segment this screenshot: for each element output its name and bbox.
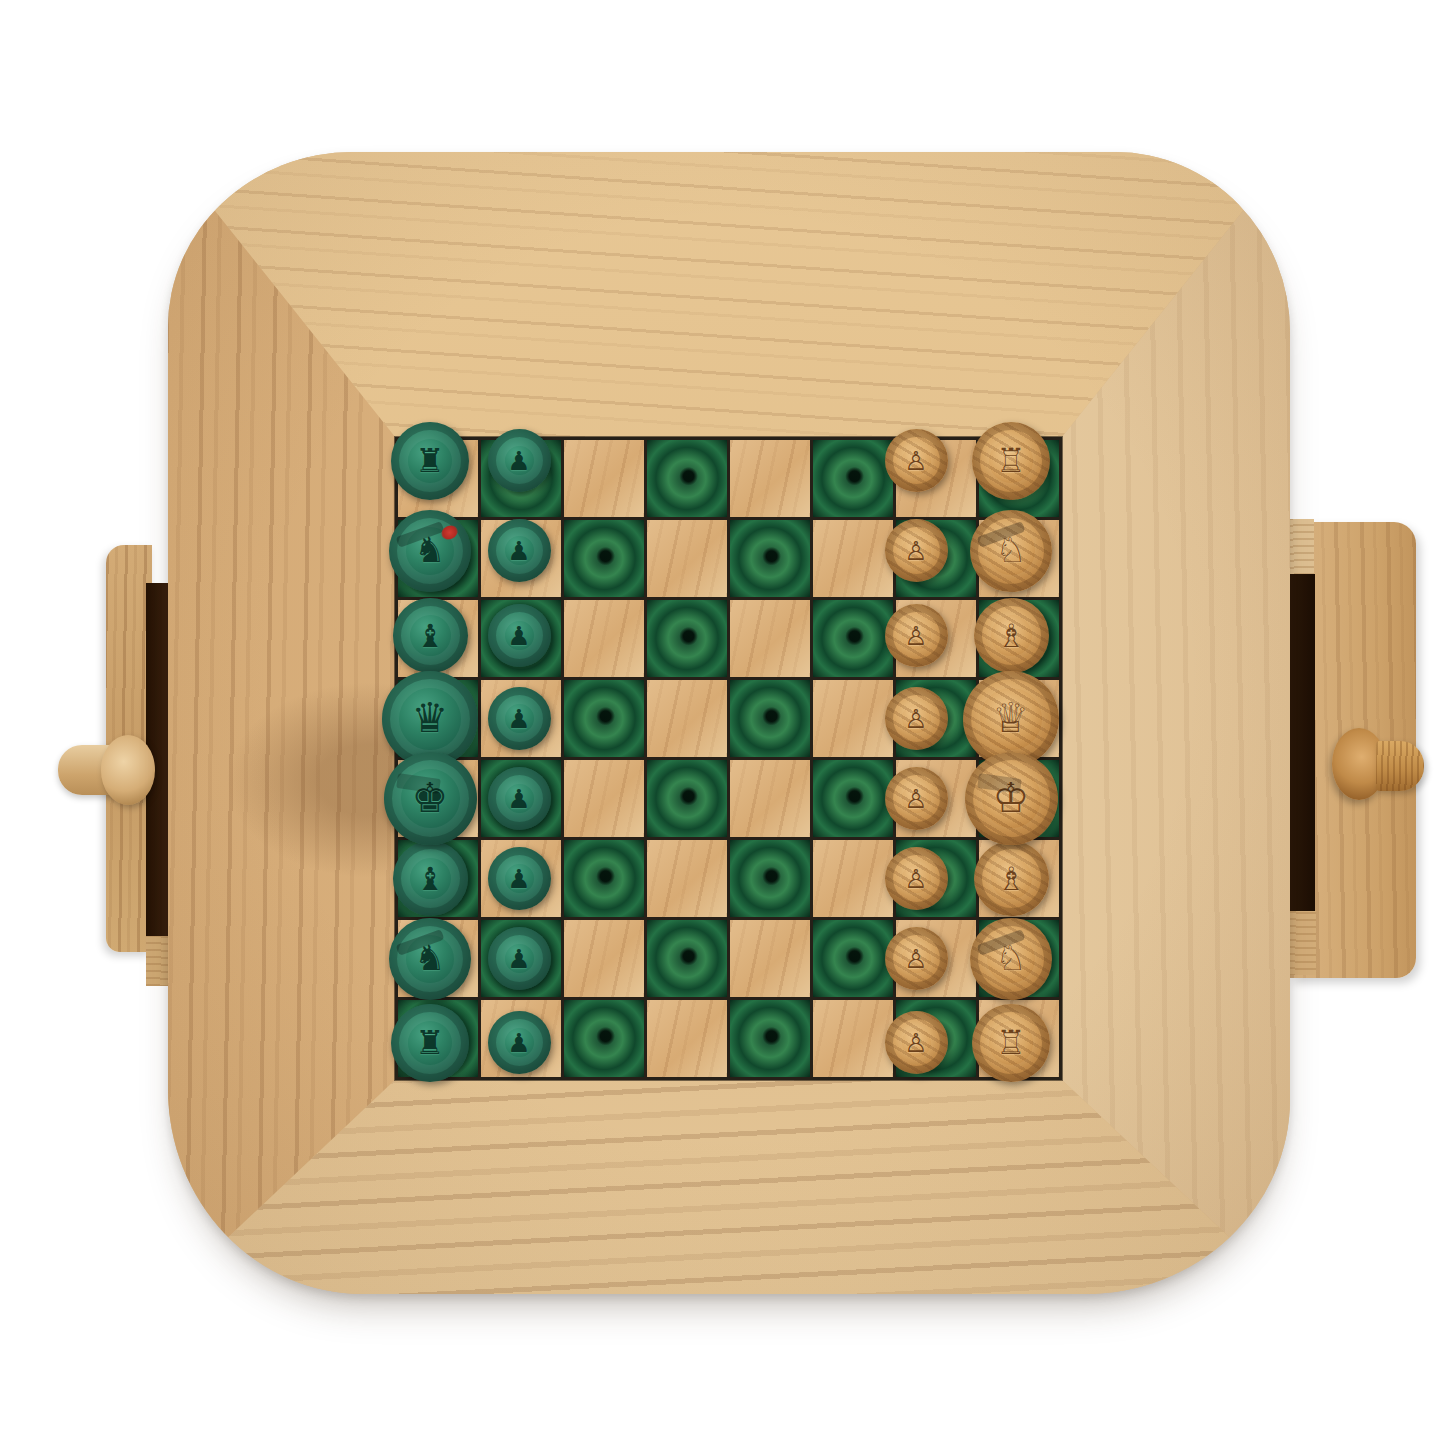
square-r5c2[interactable]: ♟ (481, 760, 561, 837)
piece-glyph: ♟ (507, 623, 530, 649)
square-r4c4[interactable] (647, 680, 727, 757)
piece-glyph: ♚ (412, 778, 449, 819)
square-r2c2[interactable]: ♟ (481, 520, 561, 597)
square-r2c6[interactable] (813, 520, 893, 597)
square-r5c3[interactable] (564, 760, 644, 837)
square-r6c7[interactable]: ♙ (896, 840, 976, 917)
square-r5c8[interactable]: ♔ (979, 760, 1059, 837)
piece-wood-knight[interactable]: ♘ (970, 510, 1052, 592)
piece-wood-knight[interactable]: ♘ (970, 918, 1052, 1000)
piece-glyph: ♟ (507, 538, 530, 564)
square-r5c5[interactable] (730, 760, 810, 837)
chess-board: ♜♟♙♖♞♟♙♘♝♟♙♗♛♟♙♕♚♟♙♔♝♟♙♗♞♟♙♘♜♟♙♖ (168, 152, 1290, 1294)
square-r5c6[interactable] (813, 760, 893, 837)
square-r1c2[interactable]: ♟ (481, 440, 561, 517)
piece-glyph: ♖ (996, 444, 1026, 477)
piece-glyph: ♝ (416, 863, 445, 895)
photo-stage: ♜♟♙♖♞♟♙♘♝♟♙♗♛♟♙♕♚♟♙♔♝♟♙♗♞♟♙♘♜♟♙♖ (0, 0, 1445, 1445)
square-r4c5[interactable] (730, 680, 810, 757)
square-r8c1[interactable]: ♜ (398, 1000, 478, 1077)
piece-glyph: ♗ (997, 620, 1026, 652)
square-r6c8[interactable]: ♗ (979, 840, 1059, 917)
piece-wood-bishop[interactable]: ♗ (974, 841, 1049, 916)
piece-wood-bishop[interactable]: ♗ (974, 598, 1049, 673)
square-r1c8[interactable]: ♖ (979, 440, 1059, 517)
piece-green-king[interactable]: ♚ (384, 752, 477, 845)
square-r5c4[interactable] (647, 760, 727, 837)
square-r4c6[interactable] (813, 680, 893, 757)
square-r1c3[interactable] (564, 440, 644, 517)
square-r6c2[interactable]: ♟ (481, 840, 561, 917)
square-r7c3[interactable] (564, 920, 644, 997)
square-r3c2[interactable]: ♟ (481, 600, 561, 677)
square-r3c3[interactable] (564, 600, 644, 677)
piece-glyph: ♖ (996, 1026, 1026, 1059)
square-r8c3[interactable] (564, 1000, 644, 1077)
square-r7c5[interactable] (730, 920, 810, 997)
square-r8c8[interactable]: ♖ (979, 1000, 1059, 1077)
piece-wood-pawn[interactable]: ♙ (885, 429, 948, 492)
piece-wood-pawn[interactable]: ♙ (885, 847, 948, 910)
square-r7c1[interactable]: ♞ (398, 920, 478, 997)
piece-glyph: ♝ (416, 620, 445, 652)
piece-glyph: ♟ (507, 706, 530, 732)
piece-glyph: ♙ (904, 946, 927, 972)
square-r6c4[interactable] (647, 840, 727, 917)
piece-glyph: ♗ (997, 863, 1026, 895)
square-r3c7[interactable]: ♙ (896, 600, 976, 677)
square-r3c5[interactable] (730, 600, 810, 677)
piece-green-rook[interactable]: ♜ (391, 422, 469, 500)
piece-green-bishop[interactable]: ♝ (393, 841, 468, 916)
square-r8c7[interactable]: ♙ (896, 1000, 976, 1077)
square-r1c5[interactable] (730, 440, 810, 517)
piece-glyph: ♜ (415, 444, 445, 477)
piece-green-pawn[interactable]: ♟ (488, 687, 551, 750)
square-r7c8[interactable]: ♘ (979, 920, 1059, 997)
piece-glyph: ♙ (904, 786, 927, 812)
square-r6c1[interactable]: ♝ (398, 840, 478, 917)
square-r1c6[interactable] (813, 440, 893, 517)
piece-wood-pawn[interactable]: ♙ (885, 767, 948, 830)
piece-wood-king[interactable]: ♔ (965, 752, 1058, 845)
piece-glyph: ♘ (995, 941, 1026, 976)
piece-glyph: ♟ (507, 1030, 530, 1056)
piece-green-knight[interactable]: ♞ (389, 510, 471, 592)
square-r7c7[interactable]: ♙ (896, 920, 976, 997)
piece-wood-pawn[interactable]: ♙ (885, 1011, 948, 1074)
piece-glyph: ♟ (507, 786, 530, 812)
piece-green-bishop[interactable]: ♝ (393, 598, 468, 673)
piece-green-pawn[interactable]: ♟ (488, 927, 551, 990)
piece-wood-pawn[interactable]: ♙ (885, 604, 948, 667)
piece-glyph: ♛ (412, 698, 449, 739)
piece-glyph: ♟ (507, 448, 530, 474)
piece-green-pawn[interactable]: ♟ (488, 429, 551, 492)
square-r4c3[interactable] (564, 680, 644, 757)
piece-glyph: ♙ (904, 866, 927, 892)
square-r5c1[interactable]: ♚ (398, 760, 478, 837)
square-r8c2[interactable]: ♟ (481, 1000, 561, 1077)
square-r2c1[interactable]: ♞ (398, 520, 478, 597)
piece-green-pawn[interactable]: ♟ (488, 604, 551, 667)
piece-glyph: ♔ (993, 778, 1030, 819)
piece-glyph: ♜ (415, 1026, 445, 1059)
square-r8c6[interactable] (813, 1000, 893, 1077)
square-r3c4[interactable] (647, 600, 727, 677)
square-r2c7[interactable]: ♙ (896, 520, 976, 597)
chess-grid: ♜♟♙♖♞♟♙♘♝♟♙♗♛♟♙♕♚♟♙♔♝♟♙♗♞♟♙♘♜♟♙♖ (395, 437, 1062, 1080)
piece-glyph: ♞ (414, 533, 445, 568)
square-r4c8[interactable]: ♕ (979, 680, 1059, 757)
piece-green-pawn[interactable]: ♟ (488, 519, 551, 582)
square-r3c8[interactable]: ♗ (979, 600, 1059, 677)
piece-green-pawn[interactable]: ♟ (488, 1011, 551, 1074)
square-r1c4[interactable] (647, 440, 727, 517)
piece-wood-rook[interactable]: ♖ (972, 1004, 1050, 1082)
square-r6c6[interactable] (813, 840, 893, 917)
square-r3c6[interactable] (813, 600, 893, 677)
piece-glyph: ♘ (995, 533, 1026, 568)
piece-green-rook[interactable]: ♜ (391, 1004, 469, 1082)
square-r7c6[interactable] (813, 920, 893, 997)
red-paint-mark (439, 523, 460, 542)
piece-green-knight[interactable]: ♞ (389, 918, 471, 1000)
square-r4c1[interactable]: ♛ (398, 680, 478, 757)
square-r6c5[interactable] (730, 840, 810, 917)
piece-wood-pawn[interactable]: ♙ (885, 519, 948, 582)
piece-glyph: ♙ (904, 538, 927, 564)
piece-glyph: ♟ (507, 946, 530, 972)
piece-glyph: ♙ (904, 1030, 927, 1056)
piece-wood-rook[interactable]: ♖ (972, 422, 1050, 500)
square-r2c5[interactable] (730, 520, 810, 597)
square-r2c4[interactable] (647, 520, 727, 597)
piece-glyph: ♟ (507, 866, 530, 892)
piece-glyph: ♙ (904, 448, 927, 474)
square-r2c8[interactable]: ♘ (979, 520, 1059, 597)
square-r7c2[interactable]: ♟ (481, 920, 561, 997)
square-r8c4[interactable] (647, 1000, 727, 1077)
square-r2c3[interactable] (564, 520, 644, 597)
square-r4c2[interactable]: ♟ (481, 680, 561, 757)
square-r6c3[interactable] (564, 840, 644, 917)
piece-glyph: ♕ (993, 698, 1030, 739)
piece-wood-pawn[interactable]: ♙ (885, 927, 948, 990)
square-r3c1[interactable]: ♝ (398, 600, 478, 677)
piece-glyph: ♙ (904, 623, 927, 649)
square-r7c4[interactable] (647, 920, 727, 997)
square-r8c5[interactable] (730, 1000, 810, 1077)
square-r1c7[interactable]: ♙ (896, 440, 976, 517)
right-drawer-knob[interactable] (1376, 741, 1424, 791)
square-r1c1[interactable]: ♜ (398, 440, 478, 517)
piece-wood-pawn[interactable]: ♙ (885, 687, 948, 750)
piece-green-pawn[interactable]: ♟ (488, 767, 551, 830)
left-drawer-knob-flange[interactable] (101, 735, 155, 805)
piece-green-pawn[interactable]: ♟ (488, 847, 551, 910)
piece-glyph: ♙ (904, 706, 927, 732)
piece-glyph: ♞ (414, 941, 445, 976)
